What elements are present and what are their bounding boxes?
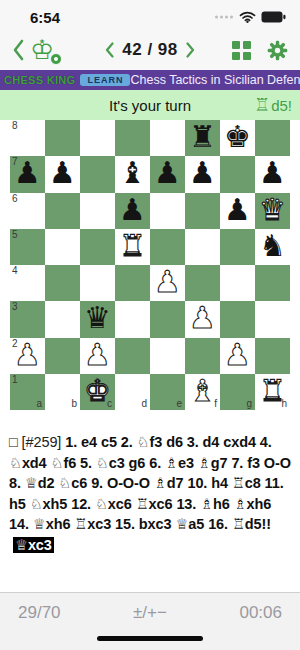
piece-black-king: ♚ xyxy=(224,122,251,152)
square-h7[interactable]: ♟ xyxy=(255,156,290,192)
square-c1[interactable]: c♚ xyxy=(80,374,115,410)
hint-move[interactable]: ♖d5! xyxy=(254,90,292,120)
square-d6[interactable]: ♟ xyxy=(115,193,150,229)
turn-message: It's your turn xyxy=(109,97,191,114)
file-label-b: b xyxy=(71,399,77,409)
learn-badge: LEARN xyxy=(80,74,130,86)
piece-white-pawn: ♟ xyxy=(224,340,251,370)
square-b4[interactable] xyxy=(45,265,80,301)
piece-black-bishop: ♝ xyxy=(119,158,146,188)
square-g8[interactable]: ♚ xyxy=(220,120,255,156)
square-d4[interactable] xyxy=(115,265,150,301)
square-a3[interactable]: 3 xyxy=(10,301,45,337)
piece-black-pawn: ♟ xyxy=(224,195,251,225)
settings-gear-icon[interactable] xyxy=(267,40,288,61)
battery-icon xyxy=(261,11,286,23)
cellular-signal-icon xyxy=(214,14,234,20)
square-e1[interactable]: e xyxy=(150,374,185,410)
square-e4[interactable]: ♟ xyxy=(150,265,185,301)
puzzle-counter[interactable]: 42 / 98 xyxy=(122,40,178,60)
square-a2[interactable]: 2♟ xyxy=(10,338,45,374)
back-chevron-icon[interactable] xyxy=(12,39,24,61)
square-g1[interactable]: g xyxy=(220,374,255,410)
square-b3[interactable] xyxy=(45,301,80,337)
square-a7[interactable]: 7♟ xyxy=(10,156,45,192)
square-b8[interactable] xyxy=(45,120,80,156)
square-c2[interactable]: ♟ xyxy=(80,338,115,374)
square-h8[interactable] xyxy=(255,120,290,156)
square-b2[interactable] xyxy=(45,338,80,374)
square-f2[interactable] xyxy=(185,338,220,374)
square-c3[interactable]: ♛ xyxy=(80,301,115,337)
elapsed-timer: 00:06 xyxy=(239,603,282,623)
square-g5[interactable] xyxy=(220,229,255,265)
piece-black-rook: ♜ xyxy=(189,122,216,152)
rank-label-8: 8 xyxy=(12,121,18,131)
piece-white-pawn: ♟ xyxy=(189,303,216,333)
square-f5[interactable] xyxy=(185,229,220,265)
square-g6[interactable]: ♟ xyxy=(220,193,255,229)
rank-label-6: 6 xyxy=(12,194,18,204)
square-c5[interactable] xyxy=(80,229,115,265)
puzzle-number: □ [#259] xyxy=(9,434,61,450)
square-e6[interactable] xyxy=(150,193,185,229)
square-g3[interactable] xyxy=(220,301,255,337)
square-h1[interactable]: h♜ xyxy=(255,374,290,410)
square-d5[interactable]: ♜ xyxy=(115,229,150,265)
chess-king-logo[interactable]: ♔ xyxy=(30,34,60,66)
file-label-a: a xyxy=(36,399,42,409)
clock-time: 6:54 xyxy=(0,5,60,26)
current-move-highlight[interactable]: ♕xc3 xyxy=(13,537,54,553)
status-bar: 6:54 xyxy=(0,0,300,30)
square-e3[interactable] xyxy=(150,301,185,337)
piece-white-pawn: ♟ xyxy=(84,340,111,370)
rank-label-1: 1 xyxy=(12,375,18,385)
chess-board: 8♜♚7♟♟♝♟♟♟6♟♟♛5♜♞4♟3♛♟2♟♟♟1abc♚def♝gh♜ xyxy=(10,120,290,410)
score-progress: 29/70 xyxy=(18,603,61,623)
square-d8[interactable] xyxy=(115,120,150,156)
square-h6[interactable]: ♛ xyxy=(255,193,290,229)
square-b7[interactable]: ♟ xyxy=(45,156,80,192)
square-e5[interactable] xyxy=(150,229,185,265)
piece-white-rook: ♜ xyxy=(259,376,286,406)
turn-banner: It's your turn ♖d5! xyxy=(0,90,300,120)
square-g4[interactable] xyxy=(220,265,255,301)
square-e2[interactable] xyxy=(150,338,185,374)
square-h3[interactable] xyxy=(255,301,290,337)
square-a5[interactable]: 5 xyxy=(10,229,45,265)
piece-white-bishop: ♝ xyxy=(189,376,216,406)
piece-white-king: ♚ xyxy=(84,376,111,406)
hint-move-text: d5! xyxy=(271,97,292,114)
evaluation-label: ±/+− xyxy=(133,603,167,623)
square-d2[interactable] xyxy=(115,338,150,374)
square-b6[interactable] xyxy=(45,193,80,229)
piece-white-rook: ♜ xyxy=(119,231,146,261)
course-title: Chess Tactics in Sicilian Defense I xyxy=(130,73,300,87)
home-indicator[interactable] xyxy=(97,636,203,641)
square-c8[interactable] xyxy=(80,120,115,156)
square-f7[interactable]: ♟ xyxy=(185,156,220,192)
square-f8[interactable]: ♜ xyxy=(185,120,220,156)
square-a6[interactable]: 6 xyxy=(10,193,45,229)
square-e7[interactable]: ♟ xyxy=(150,156,185,192)
next-puzzle-chevron-icon[interactable] xyxy=(186,42,195,58)
course-banner: CHESS KING LEARN Chess Tactics in Sicili… xyxy=(0,70,300,90)
move-list[interactable]: □ [#259] 1. e4 c5 2. ♘f3 d6 3. d4 cxd4 4… xyxy=(0,432,300,555)
square-b1[interactable]: b xyxy=(45,374,80,410)
square-f3[interactable]: ♟ xyxy=(185,301,220,337)
logo-badge-icon xyxy=(50,53,62,65)
square-g7[interactable] xyxy=(220,156,255,192)
piece-black-pawn: ♟ xyxy=(119,195,146,225)
prev-puzzle-chevron-icon[interactable] xyxy=(105,42,114,58)
square-h5[interactable]: ♞ xyxy=(255,229,290,265)
piece-black-pawn: ♟ xyxy=(14,158,41,188)
piece-black-pawn: ♟ xyxy=(49,158,76,188)
square-f6[interactable] xyxy=(185,193,220,229)
navigation-bar: ♔ 42 / 98 xyxy=(0,30,300,70)
square-a8[interactable]: 8 xyxy=(10,120,45,156)
rook-hint-icon: ♖ xyxy=(254,96,270,114)
square-f4[interactable] xyxy=(185,265,220,301)
puzzle-grid-icon[interactable] xyxy=(232,41,251,60)
square-c4[interactable] xyxy=(80,265,115,301)
piece-black-pawn: ♟ xyxy=(189,158,216,188)
square-d1[interactable]: d xyxy=(115,374,150,410)
file-label-d: d xyxy=(141,399,147,409)
piece-black-queen: ♛ xyxy=(84,303,111,333)
file-label-g: g xyxy=(246,399,252,409)
square-b5[interactable] xyxy=(45,229,80,265)
square-g2[interactable]: ♟ xyxy=(220,338,255,374)
piece-black-knight: ♞ xyxy=(259,231,286,261)
rank-label-3: 3 xyxy=(12,302,18,312)
rank-label-5: 5 xyxy=(12,230,18,240)
square-c6[interactable] xyxy=(80,193,115,229)
square-c7[interactable] xyxy=(80,156,115,192)
piece-black-pawn: ♟ xyxy=(154,158,181,188)
wifi-icon xyxy=(239,11,256,23)
square-e8[interactable] xyxy=(150,120,185,156)
piece-black-pawn: ♟ xyxy=(259,158,286,188)
square-h4[interactable] xyxy=(255,265,290,301)
square-d3[interactable] xyxy=(115,301,150,337)
bottom-status-bar: 29/70 ±/+− 00:06 xyxy=(0,592,300,650)
rank-label-4: 4 xyxy=(12,266,18,276)
chess-king-wordmark: CHESS KING xyxy=(4,74,75,86)
square-a1[interactable]: 1a xyxy=(10,374,45,410)
piece-white-queen: ♛ xyxy=(259,195,286,225)
square-h2[interactable] xyxy=(255,338,290,374)
square-a4[interactable]: 4 xyxy=(10,265,45,301)
piece-white-pawn: ♟ xyxy=(154,267,181,297)
square-d7[interactable]: ♝ xyxy=(115,156,150,192)
square-f1[interactable]: f♝ xyxy=(185,374,220,410)
file-label-e: e xyxy=(176,399,182,409)
piece-white-pawn: ♟ xyxy=(14,340,41,370)
